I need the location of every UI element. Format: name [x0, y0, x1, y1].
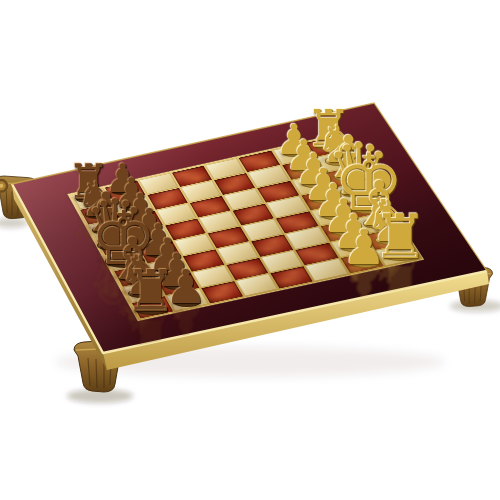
piece-black-rook-h8[interactable]: ♜ [122, 263, 180, 321]
chess-set-photo: ♜♟♞♟♝♟♟♛♜♟♟♚♞♟♟♝♝♟♟♞♛♟♟♜♚♟♟♝♟♞♟♜ ♜♟♞♟♝♟♟… [0, 0, 500, 500]
piece-white-pawn-h2[interactable]: ♟ [340, 224, 389, 273]
pieces-layer: ♜♟♞♟♝♟♟♛♜♟♟♚♞♟♟♝♝♟♟♞♛♟♟♜♚♟♟♝♟♞♟♜ [0, 0, 500, 500]
